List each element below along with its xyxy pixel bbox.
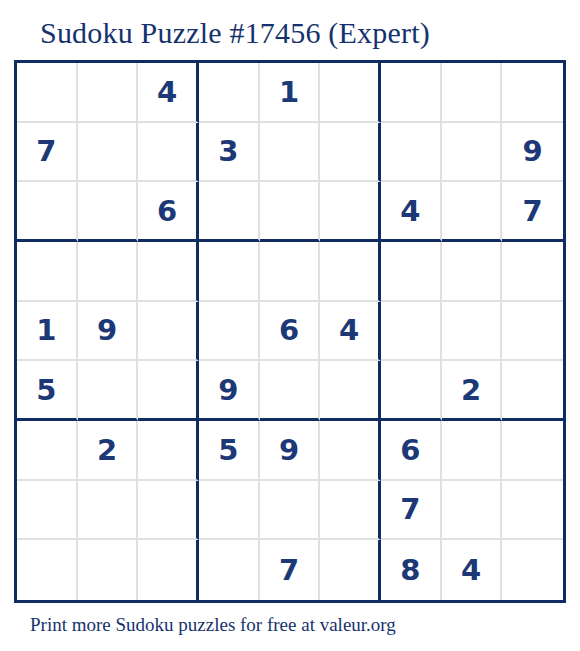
cell-r8c6 bbox=[320, 481, 381, 541]
footer-text: Print more Sudoku puzzles for free at va… bbox=[30, 614, 396, 636]
cell-r2c7 bbox=[381, 123, 442, 183]
cell-r5c3 bbox=[138, 302, 199, 362]
cell-r3c2 bbox=[78, 182, 139, 242]
cell-r7c6 bbox=[320, 421, 381, 481]
cell-r8c8 bbox=[442, 481, 503, 541]
cell-r4c3 bbox=[138, 242, 199, 302]
cell-r8c7: 7 bbox=[381, 481, 442, 541]
cell-r6c4: 9 bbox=[199, 361, 260, 421]
cell-r6c2 bbox=[78, 361, 139, 421]
cell-r3c1 bbox=[17, 182, 78, 242]
cell-r8c1 bbox=[17, 481, 78, 541]
cell-r8c2 bbox=[78, 481, 139, 541]
cell-r8c4 bbox=[199, 481, 260, 541]
cell-r5c6: 4 bbox=[320, 302, 381, 362]
cell-r5c4 bbox=[199, 302, 260, 362]
cell-r1c8 bbox=[442, 63, 503, 123]
cell-r4c5 bbox=[260, 242, 321, 302]
cell-r1c3: 4 bbox=[138, 63, 199, 123]
cell-r1c1 bbox=[17, 63, 78, 123]
cell-r5c7 bbox=[381, 302, 442, 362]
cell-r4c2 bbox=[78, 242, 139, 302]
cell-r1c6 bbox=[320, 63, 381, 123]
cell-r2c9: 9 bbox=[502, 123, 563, 183]
cell-r2c8 bbox=[442, 123, 503, 183]
cell-r9c4 bbox=[199, 540, 260, 600]
cell-r4c6 bbox=[320, 242, 381, 302]
cell-r3c4 bbox=[199, 182, 260, 242]
cell-r3c8 bbox=[442, 182, 503, 242]
cell-r4c8 bbox=[442, 242, 503, 302]
cell-r3c5 bbox=[260, 182, 321, 242]
cell-r9c3 bbox=[138, 540, 199, 600]
cell-r6c7 bbox=[381, 361, 442, 421]
cell-r6c8: 2 bbox=[442, 361, 503, 421]
cell-r7c5: 9 bbox=[260, 421, 321, 481]
cell-r6c5 bbox=[260, 361, 321, 421]
cell-r4c9 bbox=[502, 242, 563, 302]
cell-r6c9 bbox=[502, 361, 563, 421]
cell-r2c4: 3 bbox=[199, 123, 260, 183]
cell-r7c4: 5 bbox=[199, 421, 260, 481]
cell-r1c9 bbox=[502, 63, 563, 123]
cell-r7c9 bbox=[502, 421, 563, 481]
cell-r3c7: 4 bbox=[381, 182, 442, 242]
sudoku-board: 41739647196459225967784 bbox=[14, 60, 566, 603]
cell-r9c1 bbox=[17, 540, 78, 600]
cell-r4c1 bbox=[17, 242, 78, 302]
cell-r7c1 bbox=[17, 421, 78, 481]
cell-r9c7: 8 bbox=[381, 540, 442, 600]
cell-r5c8 bbox=[442, 302, 503, 362]
cell-r2c2 bbox=[78, 123, 139, 183]
cell-r1c4 bbox=[199, 63, 260, 123]
cell-r5c9 bbox=[502, 302, 563, 362]
cell-r1c5: 1 bbox=[260, 63, 321, 123]
cell-r3c9: 7 bbox=[502, 182, 563, 242]
cell-r6c6 bbox=[320, 361, 381, 421]
cell-r5c5: 6 bbox=[260, 302, 321, 362]
cell-r2c1: 7 bbox=[17, 123, 78, 183]
cell-r7c2: 2 bbox=[78, 421, 139, 481]
cell-r9c5: 7 bbox=[260, 540, 321, 600]
cell-r7c7: 6 bbox=[381, 421, 442, 481]
cell-r9c9 bbox=[502, 540, 563, 600]
cell-r1c7 bbox=[381, 63, 442, 123]
cell-r7c3 bbox=[138, 421, 199, 481]
cell-r4c7 bbox=[381, 242, 442, 302]
cell-r2c5 bbox=[260, 123, 321, 183]
cell-r6c1: 5 bbox=[17, 361, 78, 421]
cell-r6c3 bbox=[138, 361, 199, 421]
cell-r3c3: 6 bbox=[138, 182, 199, 242]
cell-r2c6 bbox=[320, 123, 381, 183]
cell-r7c8 bbox=[442, 421, 503, 481]
cell-r5c2: 9 bbox=[78, 302, 139, 362]
page-title: Sudoku Puzzle #17456 (Expert) bbox=[40, 16, 430, 50]
sudoku-page: Sudoku Puzzle #17456 (Expert) 4173964719… bbox=[0, 0, 580, 651]
cell-r9c6 bbox=[320, 540, 381, 600]
cell-r4c4 bbox=[199, 242, 260, 302]
cell-r1c2 bbox=[78, 63, 139, 123]
cell-r8c5 bbox=[260, 481, 321, 541]
cell-r3c6 bbox=[320, 182, 381, 242]
cell-r8c9 bbox=[502, 481, 563, 541]
cell-r2c3 bbox=[138, 123, 199, 183]
cell-r9c2 bbox=[78, 540, 139, 600]
cell-r5c1: 1 bbox=[17, 302, 78, 362]
cell-r9c8: 4 bbox=[442, 540, 503, 600]
cell-r8c3 bbox=[138, 481, 199, 541]
